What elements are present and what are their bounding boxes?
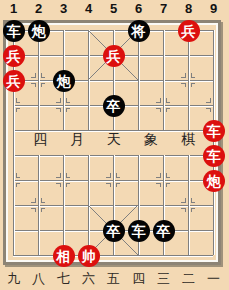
file-label-top: 8 <box>176 1 201 17</box>
file-label-top: 2 <box>26 1 51 17</box>
board-point: 车 <box>126 218 151 243</box>
file-label-top: 9 <box>201 1 226 17</box>
board-point: 相 <box>51 243 76 268</box>
bottom-file-labels: 九 八 七 六 五 四 三 二 一 <box>1 271 226 287</box>
piece-red-chariot[interactable]: 车 <box>203 145 225 167</box>
board-point: 兵 <box>1 43 26 68</box>
board-point: 炮 <box>51 68 76 93</box>
piece-red-soldier[interactable]: 兵 <box>103 45 125 67</box>
board-point: 车 <box>201 118 226 143</box>
board-point: 将 <box>126 18 151 43</box>
file-label-bottom: 七 <box>51 271 76 287</box>
board-surface[interactable]: 车炮将兵兵兵兵炮卒车车炮卒车卒相帅 <box>1 18 226 268</box>
file-label-bottom: 四 <box>126 271 151 287</box>
file-label-bottom: 六 <box>76 271 101 287</box>
file-label-bottom: 八 <box>26 271 51 287</box>
piece-red-soldier[interactable]: 兵 <box>3 45 25 67</box>
piece-red-general[interactable]: 帅 <box>78 245 100 267</box>
board-point: 卒 <box>101 218 126 243</box>
board-point: 车 <box>1 18 26 43</box>
file-label-top: 1 <box>1 1 26 17</box>
file-label-top: 5 <box>101 1 126 17</box>
piece-black-general[interactable]: 将 <box>128 20 150 42</box>
piece-black-soldier[interactable]: 卒 <box>103 95 125 117</box>
file-label-top: 6 <box>126 1 151 17</box>
piece-black-cannon[interactable]: 炮 <box>28 20 50 42</box>
board-point: 炮 <box>26 18 51 43</box>
file-label-top: 4 <box>76 1 101 17</box>
file-label-bottom: 五 <box>101 271 126 287</box>
file-label-top: 7 <box>151 1 176 17</box>
piece-black-chariot[interactable]: 车 <box>128 220 150 242</box>
piece-red-soldier[interactable]: 兵 <box>3 70 25 92</box>
piece-red-chariot[interactable]: 车 <box>203 120 225 142</box>
file-label-bottom: 九 <box>1 271 26 287</box>
board-point: 帅 <box>76 243 101 268</box>
xiangqi-board-diagram: 1 2 3 4 5 6 7 8 9 四 月 天 象 棋 车炮将兵兵兵兵炮卒车车炮… <box>0 0 229 290</box>
piece-red-soldier[interactable]: 兵 <box>178 20 200 42</box>
piece-black-chariot[interactable]: 车 <box>3 20 25 42</box>
board-point: 兵 <box>1 68 26 93</box>
file-label-bottom: 三 <box>151 271 176 287</box>
piece-black-cannon[interactable]: 炮 <box>53 70 75 92</box>
board-point: 卒 <box>151 218 176 243</box>
piece-red-cannon[interactable]: 炮 <box>203 170 225 192</box>
file-label-bottom: 一 <box>201 271 226 287</box>
board-point: 兵 <box>101 43 126 68</box>
piece-black-soldier[interactable]: 卒 <box>153 220 175 242</box>
board-point: 卒 <box>101 93 126 118</box>
piece-red-elephant[interactable]: 相 <box>53 245 75 267</box>
top-file-labels: 1 2 3 4 5 6 7 8 9 <box>1 1 226 17</box>
board-point: 炮 <box>201 168 226 193</box>
board-point: 兵 <box>176 18 201 43</box>
file-label-top: 3 <box>51 1 76 17</box>
piece-black-soldier[interactable]: 卒 <box>103 220 125 242</box>
file-label-bottom: 二 <box>176 271 201 287</box>
board-point: 车 <box>201 143 226 168</box>
